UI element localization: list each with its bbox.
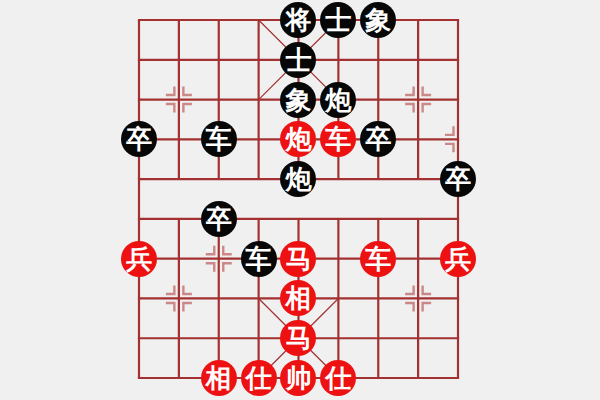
- piece-red-相[interactable]: 相: [201, 360, 237, 396]
- board-cell: 仕: [239, 358, 279, 398]
- piece-red-马[interactable]: 马: [280, 241, 316, 277]
- piece-red-仕[interactable]: 仕: [241, 360, 277, 396]
- piece-black-象[interactable]: 象: [360, 2, 396, 38]
- piece-black-将[interactable]: 将: [280, 2, 316, 38]
- board-cell: 卒: [438, 159, 478, 199]
- board-cell: 象: [279, 80, 319, 120]
- board-cell: 卒: [119, 119, 159, 159]
- board-cell: 仕: [318, 358, 358, 398]
- piece-red-车[interactable]: 车: [320, 121, 356, 157]
- board-cell: 士: [318, 0, 358, 40]
- piece-black-卒[interactable]: 卒: [121, 121, 157, 157]
- board-cell: 相: [279, 278, 319, 318]
- board-cell: 士: [279, 40, 319, 80]
- board-cell: 卒: [199, 199, 239, 239]
- piece-black-卒[interactable]: 卒: [440, 161, 476, 197]
- board-cell: 兵: [119, 239, 159, 279]
- piece-black-士[interactable]: 士: [280, 42, 316, 78]
- piece-black-车[interactable]: 车: [241, 241, 277, 277]
- board-cell: 象: [358, 0, 398, 40]
- xiangqi-piece-layer: 将士象士象炮卒车炮车卒炮卒卒兵车马车兵相马相仕帅仕: [119, 0, 478, 398]
- piece-black-车[interactable]: 车: [201, 121, 237, 157]
- board-cell: 炮: [318, 80, 358, 120]
- piece-red-相[interactable]: 相: [280, 280, 316, 316]
- piece-black-象[interactable]: 象: [280, 82, 316, 118]
- board-cell: 兵: [438, 239, 478, 279]
- piece-red-马[interactable]: 马: [280, 320, 316, 356]
- board-cell: 马: [279, 239, 319, 279]
- board-cell: 帅: [279, 358, 319, 398]
- piece-red-帅[interactable]: 帅: [280, 360, 316, 396]
- piece-red-炮[interactable]: 炮: [280, 121, 316, 157]
- board-cell: 车: [318, 119, 358, 159]
- piece-red-车[interactable]: 车: [360, 241, 396, 277]
- board-cell: 车: [199, 119, 239, 159]
- board-cell: 将: [279, 0, 319, 40]
- piece-red-仕[interactable]: 仕: [320, 360, 356, 396]
- board-cell: 相: [199, 358, 239, 398]
- board-cell: 炮: [279, 159, 319, 199]
- piece-black-士[interactable]: 士: [320, 2, 356, 38]
- xiangqi-app: 将士象士象炮卒车炮车卒炮卒卒兵车马车兵相马相仕帅仕: [0, 0, 600, 400]
- piece-black-卒[interactable]: 卒: [201, 201, 237, 237]
- piece-black-卒[interactable]: 卒: [360, 121, 396, 157]
- board-cell: 卒: [358, 119, 398, 159]
- board-cell: 车: [239, 239, 279, 279]
- board-cell: 马: [279, 318, 319, 358]
- board-cell: 炮: [279, 119, 319, 159]
- board-cell: 车: [358, 239, 398, 279]
- piece-black-炮[interactable]: 炮: [320, 82, 356, 118]
- piece-red-兵[interactable]: 兵: [440, 241, 476, 277]
- piece-red-兵[interactable]: 兵: [121, 241, 157, 277]
- piece-black-炮[interactable]: 炮: [280, 161, 316, 197]
